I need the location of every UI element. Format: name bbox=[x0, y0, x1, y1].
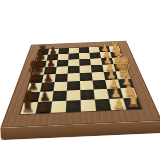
camera-roll-wrapper: ♜♟♟♜♞♟♟♞♝♟♟♝♚♟♟♚♛♟♟♛♝♟♟♝♞♟♟♞♜♟♟♜ bbox=[0, 0, 160, 160]
chess-board: ♜♟♟♜♞♟♟♞♝♟♟♝♚♟♟♚♛♟♟♛♝♟♟♝♞♟♟♞♜♟♟♜ bbox=[0, 41, 160, 128]
perspective-scene: ♜♟♟♜♞♟♟♞♝♟♟♝♚♟♟♚♛♟♟♛♝♟♟♝♞♟♟♞♜♟♟♜ bbox=[0, 0, 160, 160]
black-pawn-glyph: ♟ bbox=[37, 100, 49, 114]
pieces-layer: ♜♟♟♜♞♟♟♞♝♟♟♝♚♟♟♚♛♟♟♛♝♟♟♝♞♟♟♞♜♟♟♜ bbox=[20, 46, 141, 114]
black-rook-glyph: ♜ bbox=[21, 98, 35, 114]
piece-white-pawn-a2: ♟ bbox=[109, 98, 126, 110]
chess-set-photo: ♜♟♟♜♞♟♟♞♝♟♟♝♚♟♟♚♛♟♟♛♝♟♟♝♞♟♟♞♜♟♟♜ bbox=[0, 0, 160, 160]
piece-black-pawn-a7: ♟ bbox=[36, 101, 53, 113]
piece-white-rook-a1: ♜ bbox=[123, 98, 141, 110]
white-rook-glyph: ♜ bbox=[126, 94, 140, 110]
white-pawn-glyph: ♟ bbox=[112, 96, 124, 110]
